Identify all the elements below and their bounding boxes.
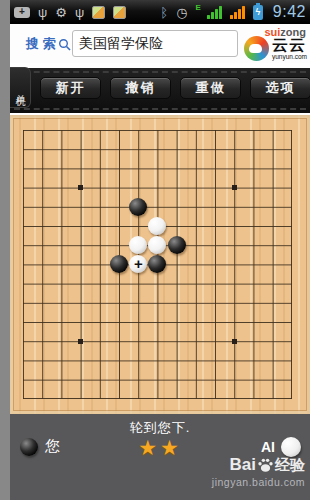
last-move-marker: +	[134, 256, 143, 271]
gear-icon: ⚙	[55, 6, 67, 19]
new-game-button[interactable]: 新开	[40, 77, 101, 99]
white-stone-icon	[281, 437, 301, 457]
yunyun-swirl-icon	[244, 36, 269, 61]
clock-time: 9:42	[271, 3, 306, 21]
baidu-logo-text: Bai	[230, 456, 256, 473]
toolbar-buttons: 新开 撤销 重做 选项	[40, 77, 310, 99]
battery-add-icon: +	[14, 7, 30, 18]
ai-label: AI	[261, 439, 275, 455]
jingyan-domain: jingyan.baidu.com	[212, 477, 305, 488]
photo-icon	[113, 6, 126, 19]
battery-charging-icon: ϟ	[253, 5, 263, 20]
search-label: 搜 索	[26, 35, 56, 53]
search-strip: 搜 索 suizong 云云 yunyun.com	[10, 24, 310, 63]
signal-bars-green-icon	[207, 6, 222, 19]
bluetooth-icon: ᛒ	[160, 6, 168, 19]
game-toolbar: 单机 新开 撤销 重做 选项	[10, 63, 310, 115]
yunyun-logo[interactable]: 云云 yunyun.com	[244, 36, 307, 61]
star-point	[78, 185, 83, 190]
search-input[interactable]	[72, 30, 238, 57]
gomoku-board[interactable]: +	[10, 115, 310, 414]
star-point	[232, 185, 237, 190]
options-button[interactable]: 选项	[250, 77, 310, 99]
star-point	[232, 339, 237, 344]
app-screen: + ψ ⚙ ψ ᛒ ◷ E ϟ 9:42 搜 索 suizong 云云	[10, 0, 310, 500]
star-point	[78, 339, 83, 344]
system-status-icons: ᛒ ◷ E ϟ 9:42	[160, 3, 306, 21]
redo-button[interactable]: 重做	[180, 77, 241, 99]
search-button[interactable]: 搜 索	[26, 35, 71, 53]
black-stone	[168, 236, 186, 254]
brand-name: 云云	[272, 37, 307, 52]
black-stone	[129, 198, 147, 216]
mode-tab[interactable]: 单机	[10, 67, 31, 108]
network-type-label: E	[196, 3, 201, 12]
baidu-jingyan-watermark: Bai 经验 jingyan.baidu.com	[212, 456, 305, 488]
ai-info: AI	[261, 437, 301, 457]
brand-domain: yunyun.com	[272, 54, 307, 61]
usb-icon: ψ	[38, 6, 47, 19]
usb-icon: ψ	[75, 6, 84, 19]
baidu-paw-icon	[257, 457, 274, 473]
turn-indicator: 轮到您下.	[10, 414, 310, 437]
android-status-bar: + ψ ⚙ ψ ᛒ ◷ E ϟ 9:42	[10, 0, 310, 24]
jingyan-text: 经验	[275, 457, 305, 472]
signal-bars-orange-icon	[230, 6, 245, 19]
photo-icon	[92, 6, 105, 19]
alarm-clock-icon: ◷	[176, 6, 187, 19]
game-status-panel: 轮到您下. 您 ★★ AI Bai 经验 jingyan.baidu.com	[10, 414, 310, 500]
undo-button[interactable]: 撤销	[110, 77, 171, 99]
search-icon	[58, 38, 71, 51]
notification-icons: + ψ ⚙ ψ	[14, 6, 126, 19]
